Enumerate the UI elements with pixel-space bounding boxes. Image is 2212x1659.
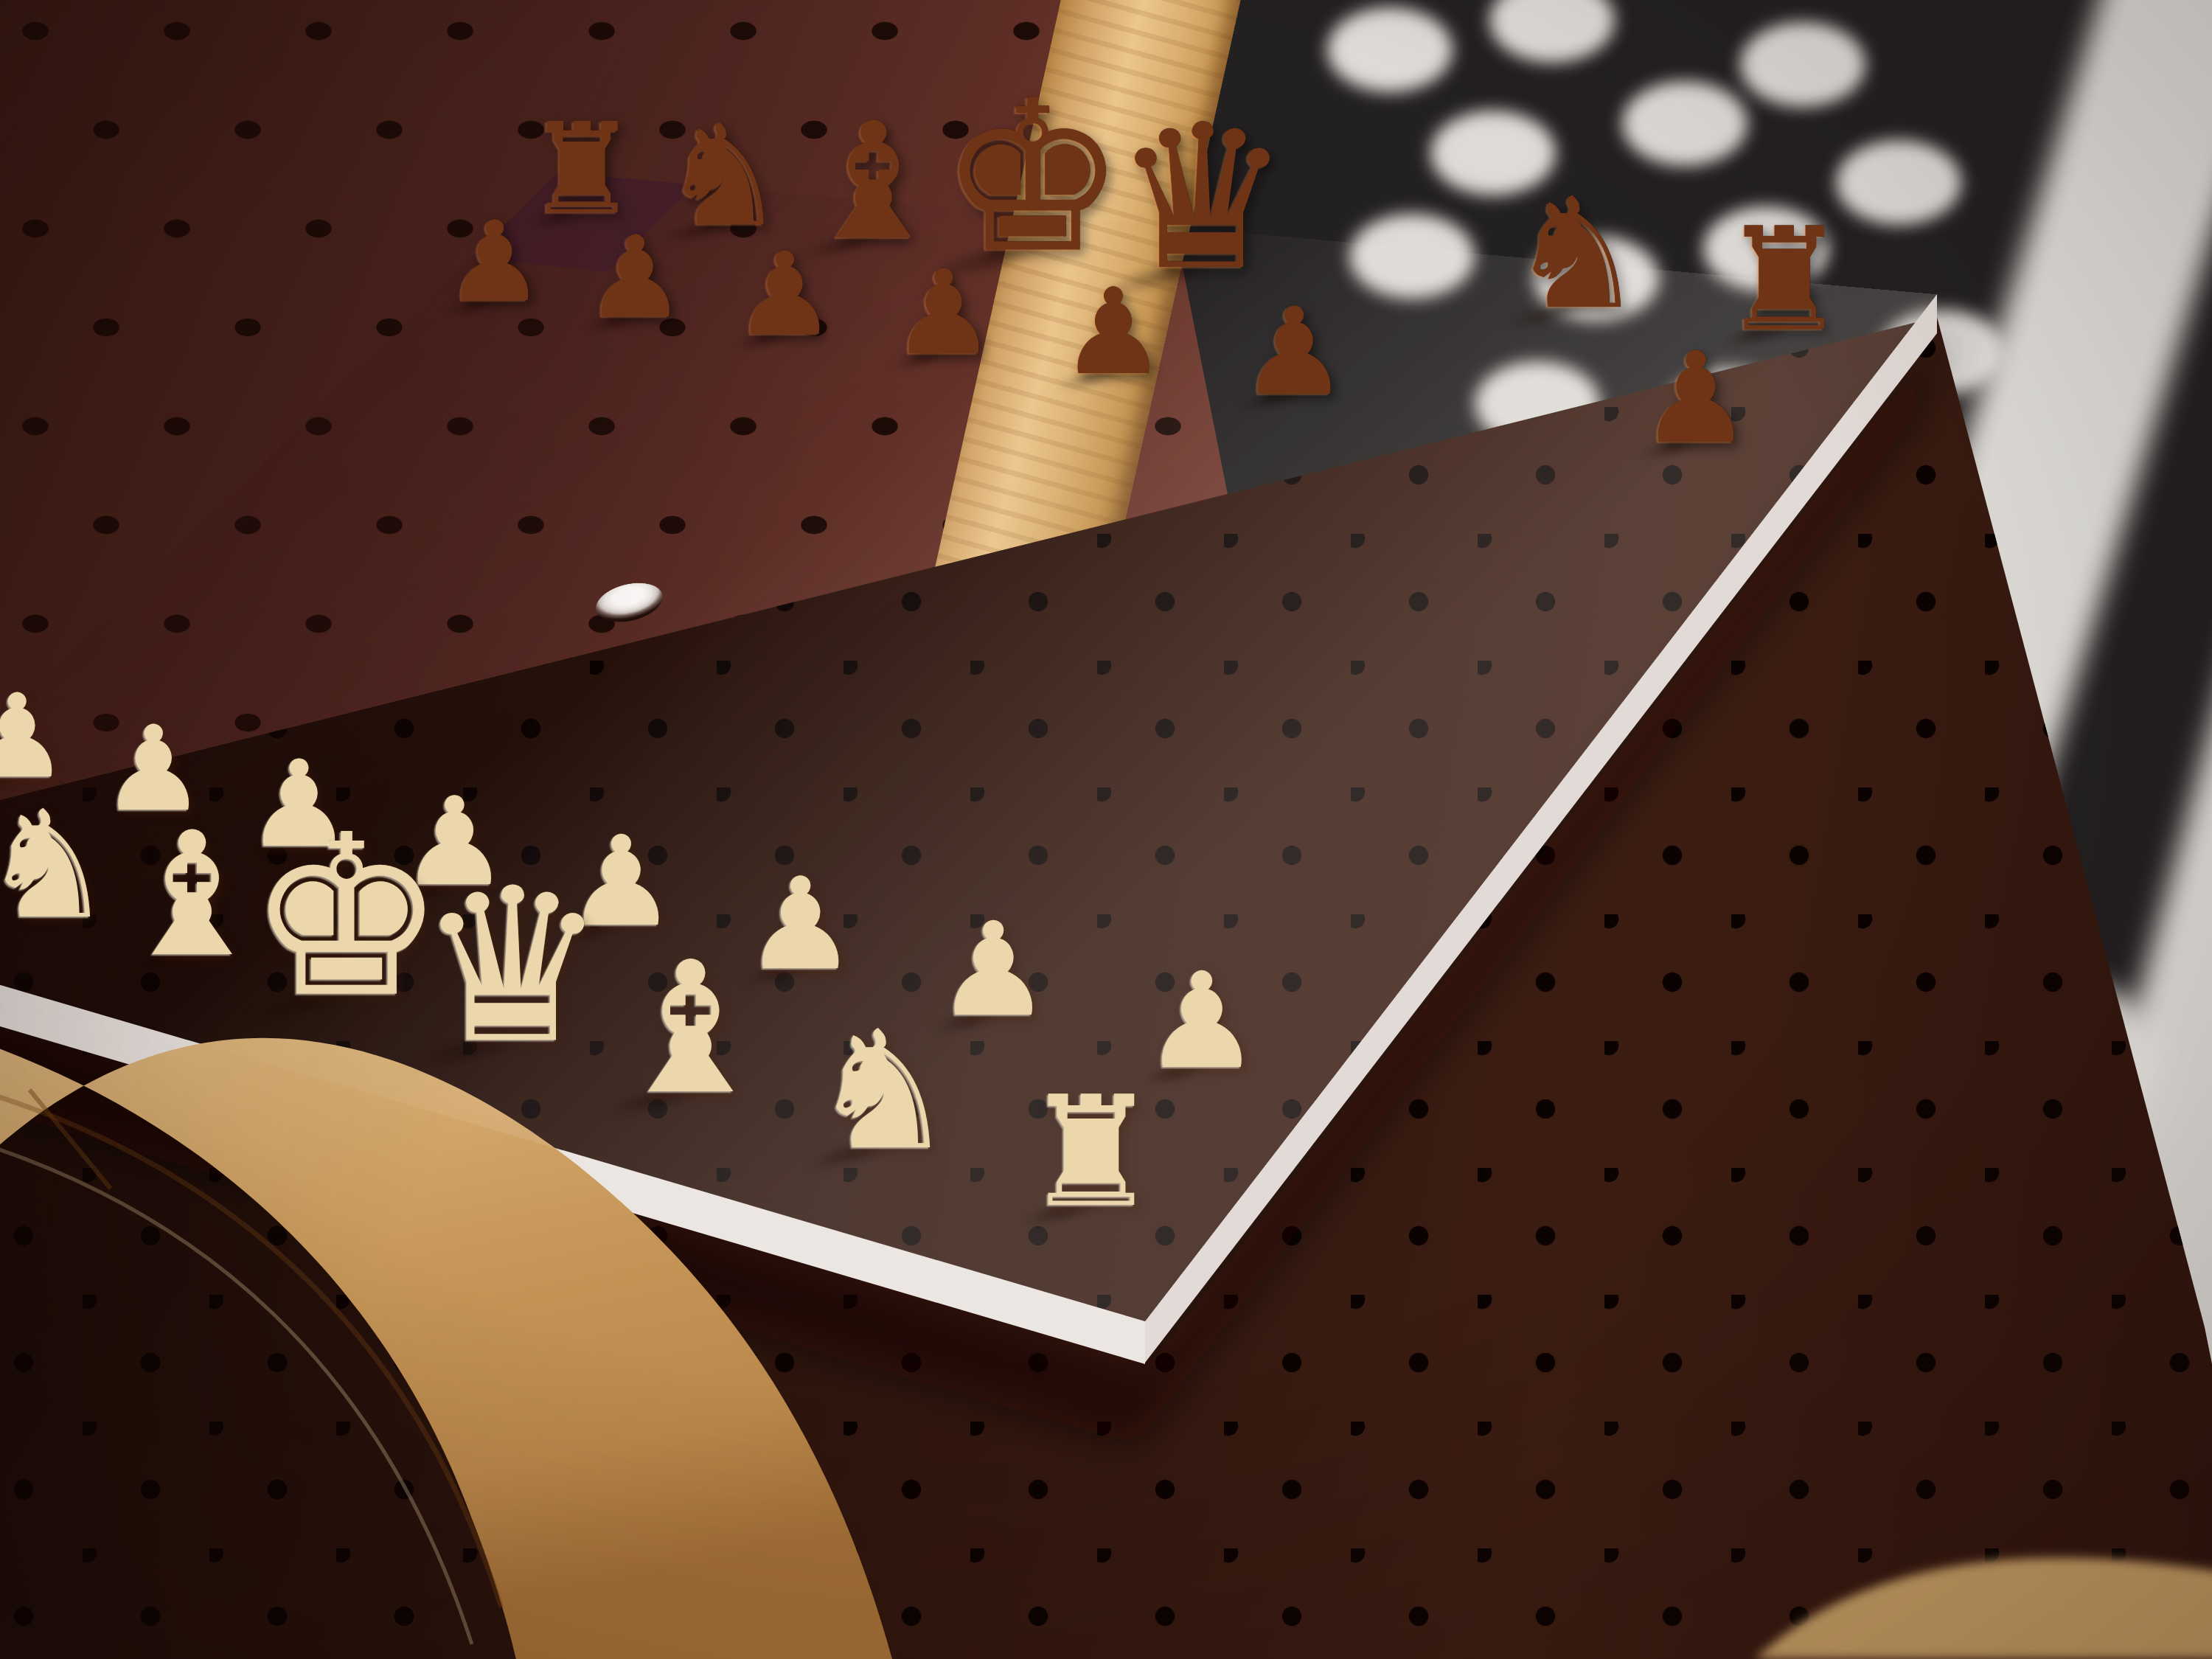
- piece-light-knight-b1: ♞: [0, 791, 114, 939]
- piece-light-bishop-f1: ♝: [609, 939, 772, 1120]
- piece-dark-pawn-h7: ♟: [1640, 335, 1753, 462]
- piece-light-bishop-c1: ♝: [115, 810, 268, 981]
- piece-dark-pawn-a7: ♟: [445, 206, 545, 318]
- piece-dark-pawn-d7: ♟: [891, 254, 996, 371]
- piece-dark-knight-g8: ♞: [1509, 178, 1646, 331]
- piece-light-pawn-h2: ♟: [1143, 955, 1262, 1088]
- pieces-layer: ♜♞♝♚♛♞♜♟♟♟♟♟♟♟♟♟♟♟♟♟♟♟♜♞♝♚♛♝♞♜: [0, 0, 2212, 1659]
- photo-scene: ♜♞♝♚♛♞♜♟♟♟♟♟♟♟♟♟♟♟♟♟♟♟♜♞♝♚♛♝♞♜: [0, 0, 2212, 1659]
- piece-light-pawn-a2: ♟: [0, 679, 69, 795]
- piece-light-rook-h1: ♜: [1023, 1077, 1159, 1229]
- piece-dark-pawn-e7: ♟: [1060, 273, 1166, 392]
- piece-dark-pawn-f7: ♟: [1240, 292, 1349, 413]
- piece-dark-pawn-b7: ♟: [585, 221, 686, 334]
- piece-dark-pawn-c7: ♟: [734, 237, 836, 352]
- piece-light-knight-g1: ♞: [810, 1008, 956, 1172]
- piece-light-queen-e1: ♛: [417, 860, 608, 1074]
